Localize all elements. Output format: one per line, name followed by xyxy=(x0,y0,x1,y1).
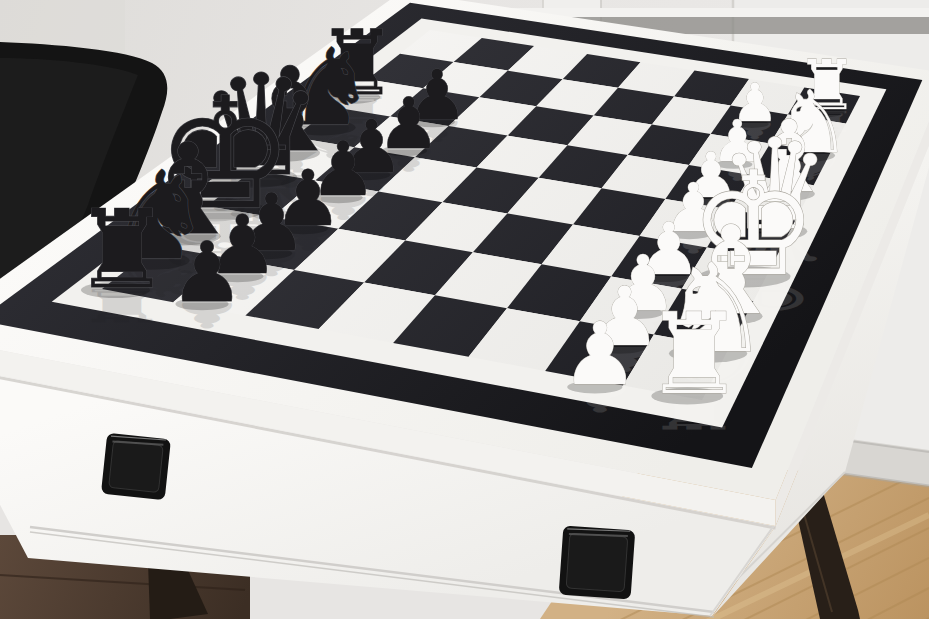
drawer-knob-left[interactable] xyxy=(101,433,171,500)
scene: ♜♜♜♜♟♟♟♟♞♞♟♟♝♝♞♞♟♟♟♟♛♛♝♝♟♟♟♟♚♚♟♟♛♛♟♟♝♝♟♟… xyxy=(0,0,929,619)
piece-black-rook-h8[interactable]: ♜♜ xyxy=(74,187,171,331)
svg-text:♜: ♜ xyxy=(74,187,171,313)
piece-white-pawn-h2[interactable]: ♟♟ xyxy=(561,304,638,420)
drawer-knob-right[interactable] xyxy=(559,526,636,600)
svg-text:♟: ♟ xyxy=(170,224,245,321)
svg-text:♟: ♟ xyxy=(561,304,638,404)
svg-text:♜: ♜ xyxy=(644,289,745,419)
piece-white-rook-h1[interactable]: ♜♜ xyxy=(644,289,745,439)
piece-black-pawn-h7[interactable]: ♟♟ xyxy=(170,224,245,335)
chess-table-photo: ♜♜♜♜♟♟♟♟♞♞♟♟♝♝♞♞♟♟♟♟♛♛♝♝♟♟♟♟♚♚♟♟♛♛♟♟♝♝♟♟… xyxy=(0,0,929,619)
